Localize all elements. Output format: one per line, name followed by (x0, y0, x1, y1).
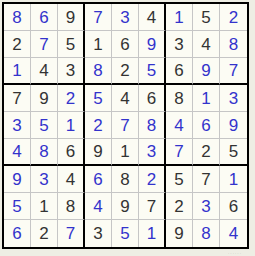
cell-r4c2[interactable]: 9 (31, 85, 58, 112)
cell-r9c9[interactable]: 4 (220, 220, 247, 247)
cell-r4c3[interactable]: 2 (58, 85, 85, 112)
cell-r6c8[interactable]: 2 (193, 139, 220, 166)
cell-r5c9[interactable]: 9 (220, 112, 247, 139)
cell-r5c3[interactable]: 1 (58, 112, 85, 139)
cell-r2c5[interactable]: 6 (112, 31, 139, 58)
cell-r1c3[interactable]: 9 (58, 4, 85, 31)
cell-r9c3[interactable]: 7 (58, 220, 85, 247)
cell-r7c2[interactable]: 3 (31, 166, 58, 193)
cell-r6c9[interactable]: 5 (220, 139, 247, 166)
cell-r7c1[interactable]: 9 (4, 166, 31, 193)
cell-r8c5[interactable]: 9 (112, 193, 139, 220)
cell-r5c5[interactable]: 7 (112, 112, 139, 139)
cell-r4c6[interactable]: 6 (139, 85, 166, 112)
cell-r1c9[interactable]: 2 (220, 4, 247, 31)
cell-r8c1[interactable]: 5 (4, 193, 31, 220)
cell-r4c1[interactable]: 7 (4, 85, 31, 112)
cell-r5c8[interactable]: 6 (193, 112, 220, 139)
cell-r3c2[interactable]: 4 (31, 58, 58, 85)
cell-r2c6[interactable]: 9 (139, 31, 166, 58)
cell-r1c5[interactable]: 3 (112, 4, 139, 31)
cell-r2c4[interactable]: 1 (85, 31, 112, 58)
cell-r3c8[interactable]: 9 (193, 58, 220, 85)
cell-r7c4[interactable]: 6 (85, 166, 112, 193)
cell-r7c8[interactable]: 7 (193, 166, 220, 193)
cell-r7c5[interactable]: 8 (112, 166, 139, 193)
cell-r1c8[interactable]: 5 (193, 4, 220, 31)
cell-r8c3[interactable]: 8 (58, 193, 85, 220)
cell-r8c6[interactable]: 7 (139, 193, 166, 220)
cell-r4c5[interactable]: 4 (112, 85, 139, 112)
cell-r5c2[interactable]: 5 (31, 112, 58, 139)
cell-r1c6[interactable]: 4 (139, 4, 166, 31)
cell-r1c1[interactable]: 8 (4, 4, 31, 31)
cell-r4c8[interactable]: 1 (193, 85, 220, 112)
cell-r6c1[interactable]: 4 (4, 139, 31, 166)
cell-r9c8[interactable]: 8 (193, 220, 220, 247)
cell-r2c7[interactable]: 3 (166, 31, 193, 58)
cell-r2c3[interactable]: 5 (58, 31, 85, 58)
cell-r7c7[interactable]: 5 (166, 166, 193, 193)
cell-r8c7[interactable]: 2 (166, 193, 193, 220)
cell-r5c6[interactable]: 8 (139, 112, 166, 139)
cell-r8c4[interactable]: 4 (85, 193, 112, 220)
cell-r7c9[interactable]: 1 (220, 166, 247, 193)
sudoku-page: 8697341522751693481438256977925468133512… (0, 0, 255, 256)
cell-r9c7[interactable]: 9 (166, 220, 193, 247)
cell-r3c1[interactable]: 1 (4, 58, 31, 85)
sudoku-board: 8697341522751693481438256977925468133512… (2, 2, 249, 249)
cell-r3c9[interactable]: 7 (220, 58, 247, 85)
cell-r3c6[interactable]: 5 (139, 58, 166, 85)
cell-r6c2[interactable]: 8 (31, 139, 58, 166)
cell-r7c3[interactable]: 4 (58, 166, 85, 193)
cell-r9c1[interactable]: 6 (4, 220, 31, 247)
cell-r3c3[interactable]: 3 (58, 58, 85, 85)
cell-r4c9[interactable]: 3 (220, 85, 247, 112)
watermark-text: ······ (228, 251, 242, 256)
cell-r3c4[interactable]: 8 (85, 58, 112, 85)
cell-r6c7[interactable]: 7 (166, 139, 193, 166)
cell-r4c4[interactable]: 5 (85, 85, 112, 112)
cell-r2c8[interactable]: 4 (193, 31, 220, 58)
cell-r9c6[interactable]: 1 (139, 220, 166, 247)
cell-r2c2[interactable]: 7 (31, 31, 58, 58)
cell-r1c2[interactable]: 6 (31, 4, 58, 31)
cell-r9c2[interactable]: 2 (31, 220, 58, 247)
cell-r5c4[interactable]: 2 (85, 112, 112, 139)
cell-r3c7[interactable]: 6 (166, 58, 193, 85)
cell-r8c9[interactable]: 6 (220, 193, 247, 220)
cell-r3c5[interactable]: 2 (112, 58, 139, 85)
cell-r6c3[interactable]: 6 (58, 139, 85, 166)
cell-r4c7[interactable]: 8 (166, 85, 193, 112)
cell-r8c2[interactable]: 1 (31, 193, 58, 220)
cell-r1c4[interactable]: 7 (85, 4, 112, 31)
cell-r5c1[interactable]: 3 (4, 112, 31, 139)
cell-r5c7[interactable]: 4 (166, 112, 193, 139)
cell-r7c6[interactable]: 2 (139, 166, 166, 193)
cell-r1c7[interactable]: 1 (166, 4, 193, 31)
cell-r6c6[interactable]: 3 (139, 139, 166, 166)
cell-r9c5[interactable]: 5 (112, 220, 139, 247)
cell-r6c5[interactable]: 1 (112, 139, 139, 166)
cell-r8c8[interactable]: 3 (193, 193, 220, 220)
cell-r2c1[interactable]: 2 (4, 31, 31, 58)
cell-r9c4[interactable]: 3 (85, 220, 112, 247)
cell-r2c9[interactable]: 8 (220, 31, 247, 58)
cell-r6c4[interactable]: 9 (85, 139, 112, 166)
